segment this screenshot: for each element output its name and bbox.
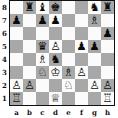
square-h6[interactable]: ♟ xyxy=(101,27,114,40)
square-a4[interactable] xyxy=(10,53,23,66)
square-d1[interactable]: ♕ xyxy=(49,92,62,105)
square-g3[interactable] xyxy=(88,66,101,79)
square-f5[interactable]: ♟ xyxy=(75,40,88,53)
piece-black-rook: ♜ xyxy=(102,1,112,14)
piece-white-pawn: ♙ xyxy=(102,79,112,92)
square-g6[interactable] xyxy=(88,27,101,40)
square-c8[interactable]: ♝ xyxy=(36,1,49,14)
square-h7[interactable] xyxy=(101,14,114,27)
piece-white-rook: ♖ xyxy=(102,92,112,105)
square-h2[interactable]: ♙ xyxy=(101,79,114,92)
square-c5[interactable]: ♛ xyxy=(36,40,49,53)
square-e7[interactable] xyxy=(62,14,75,27)
file-label-c: c xyxy=(36,106,49,118)
rank-label-7: 7 xyxy=(0,14,9,27)
corner-spacer xyxy=(0,106,9,118)
piece-white-queen: ♕ xyxy=(50,92,60,105)
rank-labels: 87654321 xyxy=(0,1,9,105)
piece-black-king: ♚ xyxy=(50,1,60,14)
square-f2[interactable] xyxy=(75,79,88,92)
square-f1[interactable] xyxy=(75,92,88,105)
square-e4[interactable] xyxy=(62,53,75,66)
square-d6[interactable] xyxy=(49,27,62,40)
piece-black-pawn: ♟ xyxy=(89,40,99,53)
piece-black-knight: ♞ xyxy=(50,53,60,66)
square-c3[interactable]: ♘ xyxy=(36,66,49,79)
piece-white-pawn: ♙ xyxy=(76,66,86,79)
file-label-h: h xyxy=(101,106,114,118)
rank-label-5: 5 xyxy=(0,40,9,53)
square-b7[interactable] xyxy=(23,14,36,27)
square-d5[interactable]: ♙ xyxy=(49,40,62,53)
piece-black-rook: ♜ xyxy=(24,1,34,14)
file-label-e: e xyxy=(62,106,75,118)
square-c6[interactable] xyxy=(36,27,49,40)
piece-white-pawn: ♙ xyxy=(11,79,21,92)
rank-label-2: 2 xyxy=(0,79,9,92)
square-h3[interactable] xyxy=(101,66,114,79)
rank-label-6: 6 xyxy=(0,27,9,40)
square-h5[interactable] xyxy=(101,40,114,53)
piece-black-pawn: ♟ xyxy=(102,27,112,40)
file-labels: abcdefgh xyxy=(10,106,114,118)
square-b5[interactable] xyxy=(23,40,36,53)
piece-black-pawn: ♟ xyxy=(11,14,21,27)
square-a6[interactable] xyxy=(10,27,23,40)
piece-black-queen: ♛ xyxy=(37,40,47,53)
file-label-g: g xyxy=(88,106,101,118)
piece-white-bishop: ♗ xyxy=(89,14,99,27)
piece-white-knight: ♘ xyxy=(37,66,47,79)
piece-white-rook: ♖ xyxy=(11,92,21,105)
square-h4[interactable] xyxy=(101,53,114,66)
rank-label-4: 4 xyxy=(0,53,9,66)
piece-white-king: ♔ xyxy=(50,66,60,79)
file-label-d: d xyxy=(49,106,62,118)
square-g1[interactable] xyxy=(88,92,101,105)
square-b2[interactable]: ♙ xyxy=(23,79,36,92)
piece-white-bishop: ♗ xyxy=(37,53,47,66)
square-g4[interactable] xyxy=(88,53,101,66)
square-h1[interactable]: ♖ xyxy=(101,92,114,105)
rank-label-3: 3 xyxy=(0,66,9,79)
square-c4[interactable]: ♗ xyxy=(36,53,49,66)
rank-label-1: 1 xyxy=(0,92,9,105)
chess-diagram: 87654321 ♜♝♚♞♜♟♟♟♗♟♛♙♟♟♗♞♘♔♗♙♙♙♘♙♙♖♕♖ ab… xyxy=(0,0,118,118)
square-e1[interactable] xyxy=(62,92,75,105)
square-e6[interactable] xyxy=(62,27,75,40)
file-label-f: f xyxy=(75,106,88,118)
square-a1[interactable]: ♖ xyxy=(10,92,23,105)
square-c1[interactable] xyxy=(36,92,49,105)
square-g5[interactable]: ♟ xyxy=(88,40,101,53)
piece-white-pawn: ♙ xyxy=(89,79,99,92)
square-c7[interactable]: ♟ xyxy=(36,14,49,27)
square-f4[interactable] xyxy=(75,53,88,66)
square-f3[interactable]: ♙ xyxy=(75,66,88,79)
square-b8[interactable]: ♜ xyxy=(23,1,36,14)
square-c2[interactable] xyxy=(36,79,49,92)
piece-black-pawn: ♟ xyxy=(76,40,86,53)
piece-black-bishop: ♝ xyxy=(37,1,47,14)
square-g8[interactable]: ♞ xyxy=(88,1,101,14)
square-b4[interactable] xyxy=(23,53,36,66)
rank-label-8: 8 xyxy=(0,1,9,14)
piece-black-pawn: ♟ xyxy=(37,14,47,27)
square-b3[interactable] xyxy=(23,66,36,79)
square-b1[interactable] xyxy=(23,92,36,105)
square-e2[interactable]: ♘ xyxy=(62,79,75,92)
square-a5[interactable] xyxy=(10,40,23,53)
square-f7[interactable] xyxy=(75,14,88,27)
square-f6[interactable] xyxy=(75,27,88,40)
square-a8[interactable] xyxy=(10,1,23,14)
square-d2[interactable] xyxy=(49,79,62,92)
square-a3[interactable] xyxy=(10,66,23,79)
square-e5[interactable] xyxy=(62,40,75,53)
piece-black-pawn: ♟ xyxy=(50,14,60,27)
square-d4[interactable]: ♞ xyxy=(49,53,62,66)
square-a7[interactable]: ♟ xyxy=(10,14,23,27)
square-d7[interactable]: ♟ xyxy=(49,14,62,27)
piece-white-pawn: ♙ xyxy=(50,40,60,53)
piece-black-knight: ♞ xyxy=(89,1,99,14)
square-f8[interactable] xyxy=(75,1,88,14)
chess-board: ♜♝♚♞♜♟♟♟♗♟♛♙♟♟♗♞♘♔♗♙♙♙♘♙♙♖♕♖ xyxy=(9,0,115,106)
square-a2[interactable]: ♙ xyxy=(10,79,23,92)
square-e8[interactable] xyxy=(62,1,75,14)
square-h8[interactable]: ♜ xyxy=(101,1,114,14)
square-g7[interactable]: ♗ xyxy=(88,14,101,27)
square-g2[interactable]: ♙ xyxy=(88,79,101,92)
square-d8[interactable]: ♚ xyxy=(49,1,62,14)
piece-white-bishop: ♗ xyxy=(63,66,73,79)
file-label-b: b xyxy=(23,106,36,118)
piece-white-knight: ♘ xyxy=(63,79,73,92)
square-b6[interactable] xyxy=(23,27,36,40)
square-d3[interactable]: ♔ xyxy=(49,66,62,79)
file-label-a: a xyxy=(10,106,23,118)
piece-white-pawn: ♙ xyxy=(24,79,34,92)
square-e3[interactable]: ♗ xyxy=(62,66,75,79)
